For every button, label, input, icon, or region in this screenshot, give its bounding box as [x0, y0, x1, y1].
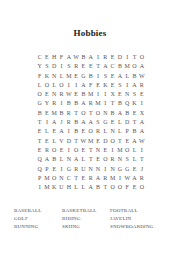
grid-cell-r2-c13: M: [124, 62, 131, 71]
grid-cell-r5-c1: O: [36, 90, 43, 99]
grid-cell-r3-c14: B: [131, 72, 138, 81]
grid-cell-r15-c9: B: [94, 183, 101, 192]
grid-cell-r5-c13: N: [124, 90, 131, 99]
grid-cell-r14-c11: M: [109, 174, 116, 183]
grid-cell-r15-c12: O: [116, 183, 123, 192]
grid-cell-r5-c6: E: [72, 90, 79, 99]
grid-cell-r11-c7: E: [80, 146, 87, 155]
grid-cell-r9-c14: B: [131, 127, 138, 136]
grid-cell-r15-c5: H: [65, 183, 72, 192]
grid-cell-r12-c5: N: [65, 155, 72, 164]
grid-cell-r7-c13: B: [124, 109, 131, 118]
grid-cell-r8-c2: I: [43, 118, 50, 127]
grid-cell-r6-c10: I: [102, 99, 109, 108]
grid-cell-r14-c9: A: [94, 174, 101, 183]
grid-cell-r10-c6: T: [72, 137, 79, 146]
grid-cell-r3-c15: W: [138, 72, 145, 81]
grid-cell-r12-c9: E: [94, 155, 101, 164]
grid-cell-r2-c5: S: [65, 62, 72, 71]
grid-cell-r2-c12: B: [116, 62, 123, 71]
grid-cell-r10-c14: A: [131, 137, 138, 146]
grid-cell-r10-c5: D: [65, 137, 72, 146]
grid-cell-r4-c15: R: [138, 81, 145, 90]
grid-cell-r3-c11: E: [109, 72, 116, 81]
grid-cell-r6-c14: K: [131, 99, 138, 108]
word-list-item: RUNNING: [14, 223, 62, 231]
grid-cell-r10-c15: W: [138, 137, 145, 146]
grid-cell-r5-c2: E: [43, 90, 50, 99]
grid-cell-r6-c13: Q: [124, 99, 131, 108]
grid-cell-r12-c1: Q: [36, 155, 43, 164]
grid-cell-r4-c11: E: [109, 81, 116, 90]
grid-cell-r4-c3: L: [51, 81, 58, 90]
grid-cell-r13-c7: U: [80, 165, 87, 174]
grid-cell-r8-c5: R: [65, 118, 72, 127]
grid-cell-r10-c11: O: [109, 137, 116, 146]
grid-cell-r1-c4: F: [58, 53, 65, 62]
grid-cell-r3-c7: G: [80, 72, 87, 81]
grid-cell-r13-c13: G: [124, 165, 131, 174]
grid-cell-r3-c3: N: [51, 72, 58, 81]
grid-cell-r2-c4: I: [58, 62, 65, 71]
grid-cell-r14-c6: T: [72, 174, 79, 183]
grid-cell-r13-c11: N: [109, 165, 116, 174]
grid-cell-r6-c12: B: [116, 99, 123, 108]
grid-cell-r15-c1: I: [36, 183, 43, 192]
grid-cell-r7-c14: E: [131, 109, 138, 118]
grid-cell-r13-c1: Q: [36, 165, 43, 174]
grid-cell-r1-c6: W: [72, 53, 79, 62]
grid-cell-r1-c14: T: [131, 53, 138, 62]
grid-cell-r5-c9: I: [94, 90, 101, 99]
grid-cell-r15-c4: U: [58, 183, 65, 192]
puzzle-title: Hobbies: [0, 28, 180, 38]
grid-cell-r11-c12: M: [116, 146, 123, 155]
grid-cell-r11-c1: E: [36, 146, 43, 155]
grid-cell-r12-c14: L: [131, 155, 138, 164]
grid-cell-r5-c14: S: [131, 90, 138, 99]
grid-cell-r11-c15: I: [138, 146, 145, 155]
word-list-item: SKIING: [62, 223, 110, 231]
grid-cell-r5-c5: W: [65, 90, 72, 99]
grid-cell-r7-c8: T: [87, 109, 94, 118]
grid-cell-r14-c10: R: [102, 174, 109, 183]
grid-cell-r3-c8: B: [87, 72, 94, 81]
grid-cell-r8-c10: G: [102, 118, 109, 127]
grid-cell-r3-c10: S: [102, 72, 109, 81]
grid-cell-r13-c14: E: [131, 165, 138, 174]
grid-cell-r6-c2: Y: [43, 99, 50, 108]
word-list-item: GOLF: [14, 215, 62, 223]
grid-cell-r8-c13: D: [124, 118, 131, 127]
grid-cell-r13-c2: P: [43, 165, 50, 174]
grid-cell-r14-c2: M: [43, 174, 50, 183]
grid-cell-r9-c8: O: [87, 127, 94, 136]
grid-cell-r15-c6: L: [72, 183, 79, 192]
grid-cell-r8-c1: T: [36, 118, 43, 127]
grid-cell-r13-c15: J: [138, 165, 145, 174]
grid-cell-r10-c10: D: [102, 137, 109, 146]
grid-cell-r14-c14: A: [131, 174, 138, 183]
grid-cell-r7-c4: B: [58, 109, 65, 118]
grid-cell-r7-c15: X: [138, 109, 145, 118]
word-search-worksheet: Hobbies CEHFAWBAIREDITOYSDISREETACBMOAFK…: [0, 0, 180, 256]
grid-cell-r9-c4: A: [58, 127, 65, 136]
grid-cell-r11-c13: O: [124, 146, 131, 155]
grid-cell-r12-c7: L: [80, 155, 87, 164]
grid-cell-r14-c7: E: [80, 174, 87, 183]
grid-cell-r12-c3: B: [51, 155, 58, 164]
grid-cell-r12-c2: A: [43, 155, 50, 164]
grid-cell-r7-c11: B: [109, 109, 116, 118]
grid-cell-r2-c7: E: [80, 62, 87, 71]
grid-cell-r4-c2: O: [43, 81, 50, 90]
grid-cell-r7-c9: O: [94, 109, 101, 118]
grid-cell-r13-c3: E: [51, 165, 58, 174]
word-list-item: JAVELIN: [110, 215, 176, 223]
word-search-grid: CEHFAWBAIREDITOYSDISREETACBMOAFKNLMEGBIS…: [36, 53, 145, 192]
grid-cell-r13-c4: I: [58, 165, 65, 174]
grid-cell-r12-c12: N: [116, 155, 123, 164]
grid-cell-r7-c7: O: [80, 109, 87, 118]
grid-cell-r11-c9: N: [94, 146, 101, 155]
grid-cell-r6-c15: I: [138, 99, 145, 108]
grid-cell-r9-c15: A: [138, 127, 145, 136]
grid-cell-r2-c15: A: [138, 62, 145, 71]
grid-cell-r4-c7: A: [80, 81, 87, 90]
grid-cell-r8-c7: A: [80, 118, 87, 127]
grid-cell-r5-c11: X: [109, 90, 116, 99]
grid-cell-r8-c6: B: [72, 118, 79, 127]
grid-cell-r4-c9: E: [94, 81, 101, 90]
grid-cell-r7-c1: B: [36, 109, 43, 118]
grid-cell-r1-c3: H: [51, 53, 58, 62]
grid-cell-r13-c8: N: [87, 165, 94, 174]
word-list-item: RIDING: [62, 215, 110, 223]
grid-cell-r14-c5: C: [65, 174, 72, 183]
grid-cell-r14-c8: R: [87, 174, 94, 183]
grid-cell-r11-c11: I: [109, 146, 116, 155]
grid-cell-r1-c2: E: [43, 53, 50, 62]
word-list-item: FOOTBALL: [110, 207, 176, 215]
grid-cell-r15-c14: E: [131, 183, 138, 192]
grid-cell-r8-c3: A: [51, 118, 58, 127]
grid-cell-r1-c9: I: [94, 53, 101, 62]
grid-cell-r7-c3: M: [51, 109, 58, 118]
grid-cell-r3-c5: M: [65, 72, 72, 81]
grid-cell-r10-c1: T: [36, 137, 43, 146]
grid-cell-r7-c12: A: [116, 109, 123, 118]
grid-cell-r15-c2: M: [43, 183, 50, 192]
grid-cell-r10-c8: M: [87, 137, 94, 146]
grid-cell-r14-c12: I: [116, 174, 123, 183]
grid-cell-r14-c13: W: [124, 174, 131, 183]
grid-cell-r11-c3: O: [51, 146, 58, 155]
grid-cell-r12-c15: T: [138, 155, 145, 164]
grid-cell-r6-c6: B: [72, 99, 79, 108]
grid-cell-r2-c2: S: [43, 62, 50, 71]
grid-cell-r13-c10: I: [102, 165, 109, 174]
grid-cell-r14-c4: N: [58, 174, 65, 183]
grid-cell-r6-c5: B: [65, 99, 72, 108]
grid-cell-r1-c10: R: [102, 53, 109, 62]
grid-cell-r3-c9: I: [94, 72, 101, 81]
grid-cell-r10-c4: V: [58, 137, 65, 146]
grid-cell-r7-c10: N: [102, 109, 109, 118]
grid-cell-r2-c3: D: [51, 62, 58, 71]
grid-cell-r9-c6: B: [72, 127, 79, 136]
grid-cell-r1-c15: O: [138, 53, 145, 62]
grid-cell-r14-c15: R: [138, 174, 145, 183]
grid-cell-r12-c4: L: [58, 155, 65, 164]
word-list-item: BASKETBALL: [62, 207, 110, 215]
grid-cell-r3-c4: L: [58, 72, 65, 81]
grid-cell-r15-c7: L: [80, 183, 87, 192]
grid-cell-r7-c5: R: [65, 109, 72, 118]
grid-cell-r9-c12: L: [116, 127, 123, 136]
grid-cell-r6-c7: A: [80, 99, 87, 108]
grid-cell-r5-c3: N: [51, 90, 58, 99]
grid-cell-r1-c1: C: [36, 53, 43, 62]
grid-cell-r2-c9: T: [94, 62, 101, 71]
grid-cell-r9-c3: E: [51, 127, 58, 136]
grid-cell-r15-c10: T: [102, 183, 109, 192]
grid-cell-r4-c10: K: [102, 81, 109, 90]
grid-cell-r4-c5: I: [65, 81, 72, 90]
grid-cell-r9-c9: R: [94, 127, 101, 136]
word-list-column-3: FOOTBALLJAVELINSNOWBOARDING: [110, 207, 176, 231]
grid-cell-r15-c11: O: [109, 183, 116, 192]
grid-cell-r4-c12: S: [116, 81, 123, 90]
grid-cell-r8-c11: E: [109, 118, 116, 127]
grid-cell-r2-c14: O: [131, 62, 138, 71]
grid-cell-r1-c12: D: [116, 53, 123, 62]
grid-cell-r11-c5: I: [65, 146, 72, 155]
grid-cell-r9-c10: L: [102, 127, 109, 136]
grid-cell-r6-c9: M: [94, 99, 101, 108]
grid-cell-r4-c13: I: [124, 81, 131, 90]
grid-cell-r6-c3: R: [51, 99, 58, 108]
grid-cell-r13-c6: R: [72, 165, 79, 174]
grid-cell-r13-c5: G: [65, 165, 72, 174]
grid-cell-r3-c13: L: [124, 72, 131, 81]
grid-cell-r6-c1: G: [36, 99, 43, 108]
grid-cell-r9-c13: P: [124, 127, 131, 136]
grid-cell-r12-c6: A: [72, 155, 79, 164]
grid-cell-r3-c1: F: [36, 72, 43, 81]
grid-cell-r15-c15: O: [138, 183, 145, 192]
grid-cell-r15-c13: F: [124, 183, 131, 192]
grid-cell-r3-c12: A: [116, 72, 123, 81]
grid-cell-r5-c15: E: [138, 90, 145, 99]
grid-cell-r12-c13: S: [124, 155, 131, 164]
grid-cell-r4-c1: L: [36, 81, 43, 90]
grid-cell-r13-c9: N: [94, 165, 101, 174]
grid-cell-r14-c3: O: [51, 174, 58, 183]
grid-cell-r15-c8: A: [87, 183, 94, 192]
grid-cell-r5-c8: M: [87, 90, 94, 99]
grid-cell-r9-c1: E: [36, 127, 43, 136]
grid-cell-r11-c8: T: [87, 146, 94, 155]
grid-cell-r5-c10: I: [102, 90, 109, 99]
grid-cell-r8-c9: S: [94, 118, 101, 127]
grid-cell-r10-c12: T: [116, 137, 123, 146]
grid-cell-r2-c1: Y: [36, 62, 43, 71]
word-list-item: BASEBALL: [14, 207, 62, 215]
grid-cell-r9-c2: L: [43, 127, 50, 136]
grid-cell-r3-c2: K: [43, 72, 50, 81]
grid-cell-r8-c14: T: [131, 118, 138, 127]
grid-cell-r6-c11: T: [109, 99, 116, 108]
grid-cell-r11-c4: E: [58, 146, 65, 155]
grid-cell-r4-c6: I: [72, 81, 79, 90]
grid-cell-r5-c7: B: [80, 90, 87, 99]
grid-cell-r12-c8: T: [87, 155, 94, 164]
word-list-column-2: BASKETBALLRIDINGSKIING: [62, 207, 110, 231]
grid-cell-r2-c6: R: [72, 62, 79, 71]
grid-cell-r4-c14: A: [131, 81, 138, 90]
grid-cell-r9-c5: I: [65, 127, 72, 136]
word-list-column-1: BASEBALLGOLFRUNNING: [14, 207, 62, 231]
grid-cell-r6-c8: R: [87, 99, 94, 108]
grid-cell-r11-c6: O: [72, 146, 79, 155]
grid-cell-r12-c11: R: [109, 155, 116, 164]
grid-cell-r2-c8: E: [87, 62, 94, 71]
grid-cell-r7-c6: T: [72, 109, 79, 118]
grid-cell-r1-c8: A: [87, 53, 94, 62]
word-list-item: SNOWBOARDING: [110, 223, 176, 231]
grid-cell-r5-c4: R: [58, 90, 65, 99]
grid-cell-r1-c11: E: [109, 53, 116, 62]
grid-cell-r8-c15: A: [138, 118, 145, 127]
grid-cell-r1-c13: I: [124, 53, 131, 62]
grid-cell-r10-c2: E: [43, 137, 50, 146]
grid-cell-r13-c12: G: [116, 165, 123, 174]
grid-cell-r1-c7: B: [80, 53, 87, 62]
grid-cell-r10-c7: W: [80, 137, 87, 146]
grid-cell-r6-c4: I: [58, 99, 65, 108]
grid-cell-r3-c6: E: [72, 72, 79, 81]
word-list: BASEBALLGOLFRUNNINGBASKETBALLRIDINGSKIIN…: [14, 207, 176, 231]
grid-cell-r8-c12: L: [116, 118, 123, 127]
grid-cell-r2-c11: C: [109, 62, 116, 71]
grid-cell-r5-c12: E: [116, 90, 123, 99]
grid-cell-r10-c9: E: [94, 137, 101, 146]
grid-cell-r1-c5: A: [65, 53, 72, 62]
grid-cell-r2-c10: A: [102, 62, 109, 71]
grid-cell-r12-c10: O: [102, 155, 109, 164]
grid-cell-r7-c2: E: [43, 109, 50, 118]
grid-cell-r11-c2: R: [43, 146, 50, 155]
grid-cell-r4-c8: F: [87, 81, 94, 90]
grid-cell-r4-c4: O: [58, 81, 65, 90]
grid-cell-r14-c1: P: [36, 174, 43, 183]
grid-cell-r9-c7: E: [80, 127, 87, 136]
grid-cell-r9-c11: N: [109, 127, 116, 136]
grid-cell-r10-c3: L: [51, 137, 58, 146]
grid-cell-r10-c13: E: [124, 137, 131, 146]
grid-cell-r8-c4: J: [58, 118, 65, 127]
grid-cell-r8-c8: A: [87, 118, 94, 127]
grid-cell-r11-c14: L: [131, 146, 138, 155]
grid-cell-r15-c3: K: [51, 183, 58, 192]
grid-cell-r11-c10: E: [102, 146, 109, 155]
